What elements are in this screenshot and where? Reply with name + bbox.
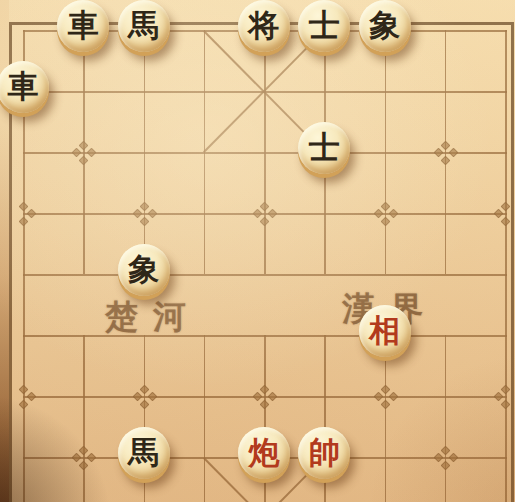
piece-black-horse[interactable]: 馬	[118, 0, 170, 52]
point-marker	[74, 448, 94, 468]
piece-black-horse[interactable]: 馬	[118, 427, 170, 479]
piece-black-elephant[interactable]: 象	[118, 244, 170, 296]
piece-black-advisor[interactable]: 士	[298, 122, 350, 174]
piece-character: 相	[369, 315, 400, 348]
piece-black-chariot[interactable]: 車	[57, 0, 109, 52]
piece-character: 車	[8, 71, 39, 104]
piece-character: 士	[309, 10, 340, 43]
marker-petal	[139, 202, 149, 212]
piece-character: 将	[249, 10, 280, 43]
piece-black-elephant[interactable]: 象	[359, 0, 411, 52]
point-marker	[376, 387, 396, 407]
grid-line	[204, 335, 206, 502]
marker-petal	[494, 209, 504, 219]
piece-character: 炮	[249, 437, 280, 470]
piece-red-elephant[interactable]: 相	[359, 305, 411, 357]
marker-petal	[72, 148, 82, 158]
marker-petal	[79, 141, 89, 151]
marker-petal	[501, 202, 511, 212]
marker-petal	[373, 392, 383, 402]
piece-character: 馬	[128, 10, 159, 43]
piece-character: 士	[309, 132, 340, 165]
piece-character: 象	[369, 10, 400, 43]
point-marker	[74, 143, 94, 163]
marker-petal	[494, 392, 504, 402]
marker-petal	[380, 202, 390, 212]
point-marker	[496, 387, 515, 407]
grid-line	[385, 30, 387, 274]
marker-petal	[373, 209, 383, 219]
point-marker	[436, 143, 456, 163]
marker-petal	[440, 446, 450, 456]
point-marker	[135, 387, 155, 407]
marker-petal	[260, 385, 270, 395]
marker-petal	[380, 385, 390, 395]
piece-red-cannon[interactable]: 炮	[238, 427, 290, 479]
point-marker	[376, 204, 396, 224]
marker-petal	[19, 202, 29, 212]
grid-line	[23, 274, 507, 276]
marker-petal	[19, 385, 29, 395]
grid-line	[505, 30, 507, 502]
piece-black-general[interactable]: 将	[238, 0, 290, 52]
piece-black-advisor[interactable]: 士	[298, 0, 350, 52]
grid-line	[144, 30, 146, 274]
marker-petal	[440, 141, 450, 151]
grid-line	[264, 30, 266, 274]
point-marker	[255, 387, 275, 407]
grid-line	[445, 335, 447, 502]
marker-petal	[79, 446, 89, 456]
grid-line	[385, 335, 387, 502]
point-marker	[496, 204, 515, 224]
marker-petal	[260, 202, 270, 212]
xiangqi-board[interactable]: 楚河 漢界 車馬将士象車士象相馬炮帥	[0, 0, 515, 502]
piece-character: 象	[128, 254, 159, 287]
piece-character: 馬	[128, 437, 159, 470]
marker-petal	[253, 392, 263, 402]
point-marker	[14, 204, 34, 224]
marker-petal	[139, 385, 149, 395]
piece-character: 車	[68, 10, 99, 43]
river-label-chu-he: 楚河	[105, 295, 201, 340]
marker-petal	[132, 209, 142, 219]
marker-petal	[253, 209, 263, 219]
point-marker	[14, 387, 34, 407]
marker-petal	[132, 392, 142, 402]
point-marker	[436, 448, 456, 468]
point-marker	[255, 204, 275, 224]
marker-petal	[72, 453, 82, 463]
grid-line	[83, 335, 85, 502]
marker-petal	[433, 453, 443, 463]
point-marker	[135, 204, 155, 224]
marker-petal	[501, 385, 511, 395]
piece-character: 帥	[309, 437, 340, 470]
marker-petal	[433, 148, 443, 158]
piece-red-general[interactable]: 帥	[298, 427, 350, 479]
